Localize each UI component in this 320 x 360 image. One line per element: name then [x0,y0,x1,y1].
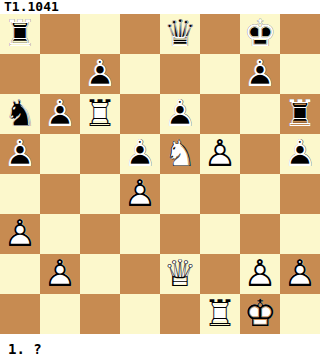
piece-black-queen: ♛♕ [160,14,200,54]
chess-board: ♜♖♛♕♚♔♟♙♟♙♞♘♟♙♜♖♟♙♜♖♟♙♟♙♞♘♟♙♟♙♟♙♟♙♟♙♛♕♟♙… [0,14,320,334]
piece-black-pawn: ♟♙ [40,94,80,134]
white-queen-outline: ♕ [160,254,200,294]
square-h3[interactable] [280,214,320,254]
piece-black-pawn: ♟♙ [120,134,160,174]
piece-white-rook: ♜♖ [200,294,240,334]
square-a2[interactable] [0,254,40,294]
piece-white-queen: ♛♕ [160,254,200,294]
square-c6[interactable]: ♜♖ [80,94,120,134]
square-d2[interactable] [120,254,160,294]
square-g1[interactable]: ♚♔ [240,294,280,334]
square-c3[interactable] [80,214,120,254]
piece-black-pawn: ♟♙ [0,134,40,174]
black-knight-outline: ♘ [0,94,40,134]
square-f5[interactable]: ♟♙ [200,134,240,174]
square-d6[interactable] [120,94,160,134]
square-h2[interactable]: ♟♙ [280,254,320,294]
square-e2[interactable]: ♛♕ [160,254,200,294]
square-a7[interactable] [0,54,40,94]
square-c2[interactable] [80,254,120,294]
square-f8[interactable] [200,14,240,54]
piece-white-pawn: ♟♙ [240,254,280,294]
black-pawn-outline: ♙ [280,134,320,174]
square-b1[interactable] [40,294,80,334]
square-a8[interactable]: ♜♖ [0,14,40,54]
white-pawn-outline: ♙ [280,254,320,294]
square-c5[interactable] [80,134,120,174]
piece-black-rook: ♜♖ [280,94,320,134]
piece-white-rook: ♜♖ [80,94,120,134]
white-king-outline: ♔ [240,294,280,334]
square-h7[interactable] [280,54,320,94]
piece-white-pawn: ♟♙ [120,174,160,214]
square-h6[interactable]: ♜♖ [280,94,320,134]
black-rook-outline: ♖ [0,14,40,54]
square-h5[interactable]: ♟♙ [280,134,320,174]
white-rook-outline: ♖ [200,294,240,334]
square-a4[interactable] [0,174,40,214]
piece-black-pawn: ♟♙ [160,94,200,134]
square-a3[interactable]: ♟♙ [0,214,40,254]
white-pawn-outline: ♙ [240,254,280,294]
square-g4[interactable] [240,174,280,214]
square-d4[interactable]: ♟♙ [120,174,160,214]
square-b2[interactable]: ♟♙ [40,254,80,294]
square-d7[interactable] [120,54,160,94]
square-h1[interactable] [280,294,320,334]
square-e4[interactable] [160,174,200,214]
square-f6[interactable] [200,94,240,134]
square-f1[interactable]: ♜♖ [200,294,240,334]
move-prompt: 1. ? [0,334,320,357]
square-f2[interactable] [200,254,240,294]
square-h4[interactable] [280,174,320,214]
square-f7[interactable] [200,54,240,94]
piece-black-pawn: ♟♙ [240,54,280,94]
square-e8[interactable]: ♛♕ [160,14,200,54]
black-pawn-outline: ♙ [160,94,200,134]
square-c8[interactable] [80,14,120,54]
square-d1[interactable] [120,294,160,334]
square-b8[interactable] [40,14,80,54]
white-rook-outline: ♖ [80,94,120,134]
piece-white-pawn: ♟♙ [0,214,40,254]
square-d8[interactable] [120,14,160,54]
square-b5[interactable] [40,134,80,174]
black-pawn-outline: ♙ [40,94,80,134]
square-b6[interactable]: ♟♙ [40,94,80,134]
square-g3[interactable] [240,214,280,254]
square-a1[interactable] [0,294,40,334]
square-d3[interactable] [120,214,160,254]
black-pawn-outline: ♙ [80,54,120,94]
square-h8[interactable] [280,14,320,54]
square-d5[interactable]: ♟♙ [120,134,160,174]
piece-white-king: ♚♔ [240,294,280,334]
piece-black-rook: ♜♖ [0,14,40,54]
square-g8[interactable]: ♚♔ [240,14,280,54]
white-pawn-outline: ♙ [200,134,240,174]
square-g2[interactable]: ♟♙ [240,254,280,294]
square-e7[interactable] [160,54,200,94]
white-pawn-outline: ♙ [40,254,80,294]
piece-black-pawn: ♟♙ [80,54,120,94]
square-b3[interactable] [40,214,80,254]
square-c4[interactable] [80,174,120,214]
black-queen-outline: ♕ [160,14,200,54]
black-king-outline: ♔ [240,14,280,54]
square-c7[interactable]: ♟♙ [80,54,120,94]
square-g6[interactable] [240,94,280,134]
piece-white-pawn: ♟♙ [280,254,320,294]
piece-white-knight: ♞♘ [160,134,200,174]
piece-white-pawn: ♟♙ [200,134,240,174]
square-g7[interactable]: ♟♙ [240,54,280,94]
square-a5[interactable]: ♟♙ [0,134,40,174]
piece-black-king: ♚♔ [240,14,280,54]
white-knight-outline: ♘ [160,134,200,174]
square-f4[interactable] [200,174,240,214]
square-e5[interactable]: ♞♘ [160,134,200,174]
square-f3[interactable] [200,214,240,254]
square-e6[interactable]: ♟♙ [160,94,200,134]
square-b4[interactable] [40,174,80,214]
black-rook-outline: ♖ [280,94,320,134]
square-c1[interactable] [80,294,120,334]
square-e1[interactable] [160,294,200,334]
white-pawn-outline: ♙ [0,214,40,254]
black-pawn-outline: ♙ [240,54,280,94]
white-pawn-outline: ♙ [120,174,160,214]
black-pawn-outline: ♙ [120,134,160,174]
square-b7[interactable] [40,54,80,94]
square-g5[interactable] [240,134,280,174]
puzzle-page: T1.1041 ♜♖♛♕♚♔♟♙♟♙♞♘♟♙♜♖♟♙♜♖♟♙♟♙♞♘♟♙♟♙♟♙… [0,0,320,357]
piece-black-knight: ♞♘ [0,94,40,134]
black-pawn-outline: ♙ [0,134,40,174]
square-a6[interactable]: ♞♘ [0,94,40,134]
piece-black-pawn: ♟♙ [280,134,320,174]
square-e3[interactable] [160,214,200,254]
piece-white-pawn: ♟♙ [40,254,80,294]
